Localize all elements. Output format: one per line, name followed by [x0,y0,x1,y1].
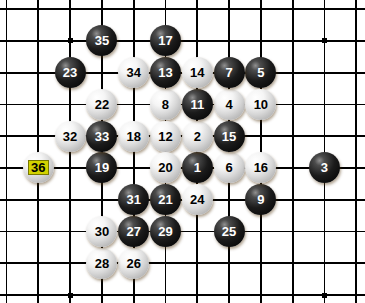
move-number: 10 [254,98,268,111]
board-intersection[interactable] [181,0,213,25]
board-intersection[interactable] [245,25,277,57]
board-intersection-star[interactable] [54,25,86,57]
board-intersection[interactable] [181,247,213,279]
board-intersection[interactable] [340,89,365,121]
board-intersection[interactable] [340,152,365,184]
board-intersection[interactable] [245,120,277,152]
board-intersection[interactable] [22,216,54,248]
board-intersection[interactable] [0,0,22,25]
stone-black-25: 25 [214,216,245,247]
move-number: 8 [162,98,169,111]
board-intersection[interactable] [0,216,22,248]
board-intersection[interactable] [118,279,150,303]
board-intersection[interactable] [309,216,341,248]
board-intersection[interactable] [277,89,309,121]
board-intersection[interactable] [277,57,309,89]
board-intersection[interactable] [245,0,277,25]
board-intersection[interactable] [309,184,341,216]
board-intersection[interactable] [54,89,86,121]
board-intersection[interactable] [54,152,86,184]
board-intersection[interactable] [277,216,309,248]
board-intersection[interactable] [340,216,365,248]
stone-white-24: 24 [182,184,213,215]
stone-black-23: 23 [55,57,86,88]
board-intersection[interactable] [340,25,365,57]
board-intersection[interactable] [309,120,341,152]
move-number: 27 [126,225,140,238]
board-intersection[interactable] [340,279,365,303]
board-intersection[interactable] [0,89,22,121]
board-intersection[interactable] [150,247,182,279]
move-number: 28 [95,257,109,270]
board-intersection[interactable] [213,279,245,303]
move-number: 35 [95,34,109,47]
stone-white-32: 32 [55,121,86,152]
board-intersection[interactable] [22,184,54,216]
board-intersection[interactable] [0,184,22,216]
stone-white-26: 26 [118,248,149,279]
board-intersection[interactable] [309,0,341,25]
move-number: 11 [190,98,204,111]
board-intersection[interactable] [0,247,22,279]
board-intersection[interactable] [340,57,365,89]
board-intersection[interactable] [54,216,86,248]
board-intersection[interactable] [22,25,54,57]
board-intersection-star[interactable] [309,279,341,303]
go-board: 1234567891011121314151617181920212223242… [0,0,365,303]
board-intersection[interactable] [245,247,277,279]
move-number: 18 [126,130,140,143]
board-intersection[interactable] [309,247,341,279]
move-number: 6 [225,161,232,174]
move-number: 17 [158,34,172,47]
board-intersection[interactable] [213,184,245,216]
board-intersection[interactable] [181,279,213,303]
board-intersection[interactable] [181,25,213,57]
move-number: 13 [158,66,172,79]
stone-white-18: 18 [118,121,149,152]
board-intersection[interactable] [213,247,245,279]
board-intersection[interactable] [54,0,86,25]
board-intersection[interactable] [86,279,118,303]
board-intersection[interactable] [118,152,150,184]
move-number-last-move: 36 [28,160,48,175]
stone-black-15: 15 [214,121,245,152]
move-number: 3 [321,161,328,174]
board-intersection[interactable] [0,279,22,303]
move-number: 25 [222,225,236,238]
board-intersection[interactable] [340,247,365,279]
stone-white-8: 8 [150,89,181,120]
board-intersection[interactable] [0,57,22,89]
move-number: 34 [126,66,140,79]
board-intersection[interactable] [86,57,118,89]
move-number: 31 [126,193,140,206]
move-number: 26 [126,257,140,270]
stone-black-7: 7 [214,57,245,88]
board-intersection[interactable] [86,0,118,25]
move-number: 15 [222,130,236,143]
board-intersection[interactable] [309,89,341,121]
board-intersection[interactable] [0,152,22,184]
board-intersection[interactable] [277,247,309,279]
move-number: 14 [190,66,204,79]
board-intersection[interactable] [54,184,86,216]
stone-white-4: 4 [214,89,245,120]
stone-white-12: 12 [150,121,181,152]
board-intersection[interactable] [22,89,54,121]
board-intersection[interactable] [150,279,182,303]
move-number: 9 [257,193,264,206]
board-intersection[interactable] [181,216,213,248]
board-intersection[interactable] [245,279,277,303]
move-number: 7 [225,66,232,79]
stone-white-14: 14 [182,57,213,88]
board-intersection[interactable] [309,57,341,89]
board-intersection[interactable] [277,279,309,303]
board-intersection[interactable] [22,247,54,279]
move-number: 23 [63,66,77,79]
board-intersection[interactable] [22,0,54,25]
move-number: 24 [190,193,204,206]
move-number: 20 [158,161,172,174]
board-intersection[interactable] [277,184,309,216]
board-intersection[interactable] [86,184,118,216]
stone-black-13: 13 [150,57,181,88]
move-number: 21 [158,193,172,206]
board-intersection[interactable] [22,57,54,89]
move-number: 5 [257,66,264,79]
move-number: 33 [95,130,109,143]
board-intersection[interactable] [245,216,277,248]
move-number: 2 [194,130,201,143]
move-number: 19 [95,161,109,174]
move-number: 4 [225,98,232,111]
move-number: 30 [95,225,109,238]
board-intersection[interactable] [340,184,365,216]
go-board-screenshot: 1234567891011121314151617181920212223242… [0,0,365,303]
board-intersection[interactable] [340,120,365,152]
move-number: 16 [254,161,268,174]
board-intersection[interactable] [0,25,22,57]
board-intersection[interactable] [0,120,22,152]
move-number: 29 [158,225,172,238]
board-intersection[interactable] [213,25,245,57]
board-intersection[interactable] [118,0,150,25]
stone-white-6: 6 [214,152,245,183]
stone-black-11: 11 [182,89,213,120]
board-intersection-star[interactable] [54,279,86,303]
board-intersection[interactable] [54,247,86,279]
move-number: 22 [95,98,109,111]
move-number: 12 [158,130,172,143]
board-intersection[interactable] [277,152,309,184]
board-intersection[interactable] [118,25,150,57]
move-number: 1 [194,161,201,174]
board-intersection[interactable] [277,120,309,152]
move-number: 32 [63,130,77,143]
board-intersection[interactable] [340,0,365,25]
board-intersection[interactable] [150,0,182,25]
board-intersection[interactable] [22,120,54,152]
stone-black-33: 33 [86,121,117,152]
stone-black-29: 29 [150,216,181,247]
board-intersection[interactable] [118,89,150,121]
board-intersection-star[interactable] [309,25,341,57]
stone-white-2: 2 [182,121,213,152]
board-intersection[interactable] [277,25,309,57]
board-intersection[interactable] [277,0,309,25]
board-intersection[interactable] [213,0,245,25]
board-intersection[interactable] [22,279,54,303]
